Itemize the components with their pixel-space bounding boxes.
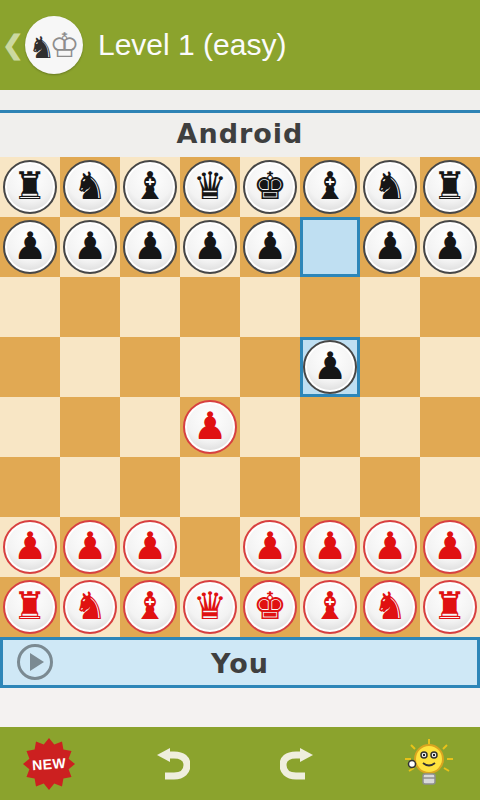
square-c1[interactable]: ♝ [120, 577, 180, 637]
square-a4[interactable] [0, 397, 60, 457]
square-e7[interactable]: ♟ [240, 217, 300, 277]
red-queen[interactable]: ♛ [183, 580, 237, 634]
red-pawn-glyph: ♟ [433, 527, 467, 565]
black-pawn-glyph: ♟ [433, 227, 467, 265]
black-king-glyph: ♚ [253, 167, 287, 205]
square-d7[interactable]: ♟ [180, 217, 240, 277]
square-h4[interactable] [420, 397, 480, 457]
square-c3[interactable] [120, 457, 180, 517]
square-b7[interactable]: ♟ [60, 217, 120, 277]
square-b8[interactable]: ♞ [60, 157, 120, 217]
square-g2[interactable]: ♟ [360, 517, 420, 577]
red-pawn[interactable]: ♟ [3, 520, 57, 574]
square-d2[interactable] [180, 517, 240, 577]
black-pawn-glyph: ♟ [313, 347, 347, 385]
square-h8[interactable]: ♜ [420, 157, 480, 217]
black-pawn[interactable]: ♟ [363, 220, 417, 274]
square-a5[interactable] [0, 337, 60, 397]
square-g8[interactable]: ♞ [360, 157, 420, 217]
black-pawn-glyph: ♟ [193, 227, 227, 265]
square-f1[interactable]: ♝ [300, 577, 360, 637]
square-h1[interactable]: ♜ [420, 577, 480, 637]
black-queen-glyph: ♛ [193, 167, 227, 205]
square-f7[interactable] [300, 217, 360, 277]
red-pawn[interactable]: ♟ [303, 520, 357, 574]
red-bishop[interactable]: ♝ [303, 580, 357, 634]
black-queen[interactable]: ♛ [183, 160, 237, 214]
divider-line [0, 110, 480, 113]
red-pawn-glyph: ♟ [193, 407, 227, 445]
red-bishop[interactable]: ♝ [123, 580, 177, 634]
square-d6[interactable] [180, 277, 240, 337]
red-pawn[interactable]: ♟ [423, 520, 477, 574]
chess-board: ♜♞♝♛♚♝♞♜♟♟♟♟♟♟♟♟♟♟♟♟♟♟♟♟♜♞♝♛♚♝♞♜ [0, 157, 480, 637]
redo-icon[interactable] [280, 748, 318, 780]
square-h5[interactable] [420, 337, 480, 397]
red-pawn-glyph: ♟ [133, 527, 167, 565]
logo-king-glyph: ♔ [49, 25, 79, 65]
square-f4[interactable] [300, 397, 360, 457]
black-pawn-glyph: ♟ [253, 227, 287, 265]
red-knight[interactable]: ♞ [363, 580, 417, 634]
square-h2[interactable]: ♟ [420, 517, 480, 577]
square-f5[interactable]: ♟ [300, 337, 360, 397]
player-name-label: You [3, 648, 477, 679]
square-d1[interactable]: ♛ [180, 577, 240, 637]
red-pawn[interactable]: ♟ [363, 520, 417, 574]
square-c2[interactable]: ♟ [120, 517, 180, 577]
black-knight[interactable]: ♞ [363, 160, 417, 214]
red-rook-glyph: ♜ [13, 587, 47, 625]
black-knight-glyph: ♞ [373, 167, 407, 205]
black-pawn-glyph: ♟ [13, 227, 47, 265]
red-rook[interactable]: ♜ [3, 580, 57, 634]
square-b1[interactable]: ♞ [60, 577, 120, 637]
red-queen-glyph: ♛ [193, 587, 227, 625]
new-game-label: NEW [31, 755, 66, 773]
square-b4[interactable] [60, 397, 120, 457]
square-e4[interactable] [240, 397, 300, 457]
black-pawn-glyph: ♟ [73, 227, 107, 265]
black-pawn-glyph: ♟ [373, 227, 407, 265]
black-pawn[interactable]: ♟ [423, 220, 477, 274]
back-chevron-icon[interactable]: ❮ [2, 30, 22, 61]
black-pawn[interactable]: ♟ [123, 220, 177, 274]
square-g7[interactable]: ♟ [360, 217, 420, 277]
red-bishop-glyph: ♝ [133, 587, 167, 625]
red-pawn[interactable]: ♟ [123, 520, 177, 574]
square-b3[interactable] [60, 457, 120, 517]
red-pawn-glyph: ♟ [253, 527, 287, 565]
red-pawn[interactable]: ♟ [243, 520, 297, 574]
square-e5[interactable] [240, 337, 300, 397]
black-pawn[interactable]: ♟ [303, 340, 357, 394]
square-g6[interactable] [360, 277, 420, 337]
black-pawn[interactable]: ♟ [63, 220, 117, 274]
black-rook[interactable]: ♜ [423, 160, 477, 214]
new-game-button[interactable]: NEW [23, 738, 75, 790]
square-c6[interactable] [120, 277, 180, 337]
red-bishop-glyph: ♝ [313, 587, 347, 625]
red-knight-glyph: ♞ [73, 587, 107, 625]
square-e8[interactable]: ♚ [240, 157, 300, 217]
square-e1[interactable]: ♚ [240, 577, 300, 637]
red-rook-glyph: ♜ [433, 587, 467, 625]
page-title: Level 1 (easy) [98, 28, 286, 62]
red-pawn-glyph: ♟ [73, 527, 107, 565]
square-c8[interactable]: ♝ [120, 157, 180, 217]
red-pawn[interactable]: ♟ [183, 400, 237, 454]
red-king-glyph: ♚ [253, 587, 287, 625]
square-h7[interactable]: ♟ [420, 217, 480, 277]
red-pawn[interactable]: ♟ [63, 520, 117, 574]
square-e6[interactable] [240, 277, 300, 337]
black-bishop-glyph: ♝ [133, 167, 167, 205]
square-f2[interactable]: ♟ [300, 517, 360, 577]
square-g1[interactable]: ♞ [360, 577, 420, 637]
red-knight[interactable]: ♞ [63, 580, 117, 634]
opponent-name-label: Android [0, 118, 480, 149]
black-rook-glyph: ♜ [13, 167, 47, 205]
square-h3[interactable] [420, 457, 480, 517]
black-king[interactable]: ♚ [243, 160, 297, 214]
opponent-bar: Android [0, 90, 480, 157]
square-c5[interactable] [120, 337, 180, 397]
square-b5[interactable] [60, 337, 120, 397]
square-d3[interactable] [180, 457, 240, 517]
square-f3[interactable] [300, 457, 360, 517]
square-e3[interactable] [240, 457, 300, 517]
red-rook[interactable]: ♜ [423, 580, 477, 634]
app-logo-icon: ♞ ♔ [25, 16, 83, 74]
bottom-spacer [0, 688, 480, 727]
black-knight[interactable]: ♞ [63, 160, 117, 214]
black-rook[interactable]: ♜ [3, 160, 57, 214]
red-king[interactable]: ♚ [243, 580, 297, 634]
black-rook-glyph: ♜ [433, 167, 467, 205]
black-pawn-glyph: ♟ [133, 227, 167, 265]
square-g4[interactable] [360, 397, 420, 457]
square-a1[interactable]: ♜ [0, 577, 60, 637]
red-knight-glyph: ♞ [373, 587, 407, 625]
square-f8[interactable]: ♝ [300, 157, 360, 217]
square-c4[interactable] [120, 397, 180, 457]
square-a7[interactable]: ♟ [0, 217, 60, 277]
bottom-toolbar: NEW [0, 727, 480, 800]
black-knight-glyph: ♞ [73, 167, 107, 205]
black-pawn[interactable]: ♟ [243, 220, 297, 274]
square-d4[interactable]: ♟ [180, 397, 240, 457]
square-e2[interactable]: ♟ [240, 517, 300, 577]
square-a6[interactable] [0, 277, 60, 337]
square-f6[interactable] [300, 277, 360, 337]
black-pawn[interactable]: ♟ [3, 220, 57, 274]
player-bar: You [0, 637, 480, 688]
square-d8[interactable]: ♛ [180, 157, 240, 217]
square-g3[interactable] [360, 457, 420, 517]
square-b2[interactable]: ♟ [60, 517, 120, 577]
square-d5[interactable] [180, 337, 240, 397]
square-a3[interactable] [0, 457, 60, 517]
red-pawn-glyph: ♟ [313, 527, 347, 565]
black-bishop[interactable]: ♝ [303, 160, 357, 214]
app-header: ❮ ♞ ♔ Level 1 (easy) [0, 0, 480, 90]
square-b6[interactable] [60, 277, 120, 337]
black-bishop[interactable]: ♝ [123, 160, 177, 214]
square-c7[interactable]: ♟ [120, 217, 180, 277]
red-pawn-glyph: ♟ [373, 527, 407, 565]
red-pawn-glyph: ♟ [13, 527, 47, 565]
square-h6[interactable] [420, 277, 480, 337]
hint-lightbulb-icon[interactable] [401, 737, 457, 789]
square-a8[interactable]: ♜ [0, 157, 60, 217]
square-a2[interactable]: ♟ [0, 517, 60, 577]
undo-icon[interactable] [152, 748, 190, 780]
square-g5[interactable] [360, 337, 420, 397]
black-pawn[interactable]: ♟ [183, 220, 237, 274]
black-bishop-glyph: ♝ [313, 167, 347, 205]
